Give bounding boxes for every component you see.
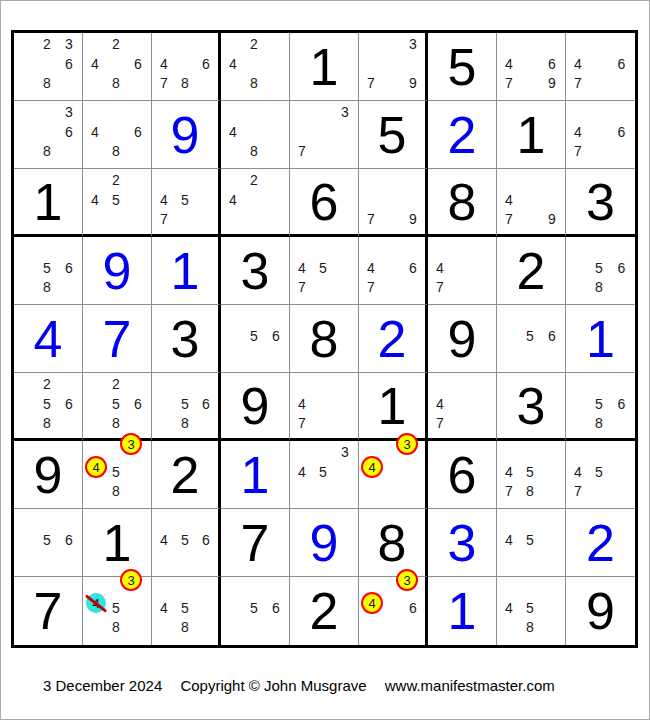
candidate-6: 6 [127, 122, 149, 141]
pencil-marks: 456 [154, 510, 216, 574]
candidate-6: 6 [610, 54, 633, 73]
pencil-marks: 248 [223, 34, 287, 98]
candidate-5: 5 [519, 598, 541, 617]
yellow-circled-candidate-3: 3 [120, 569, 142, 591]
candidate-8: 8 [519, 617, 541, 637]
cell-r8c9[interactable]: 2 [566, 509, 635, 577]
cell-r1c4[interactable]: 248 [221, 33, 290, 101]
candidate-6: 6 [58, 122, 80, 141]
candidate-4: 4 [85, 122, 105, 141]
cell-r6c9[interactable]: 568 [566, 373, 635, 441]
yellow-circled-candidate-4: 4 [85, 456, 107, 478]
candidate-5: 5 [36, 258, 58, 277]
candidate-7: 7 [568, 73, 588, 93]
yellow-circled-candidate-3: 3 [120, 433, 142, 455]
candidate-4: 4 [499, 462, 519, 481]
cell-r6c2[interactable]: 2568 [83, 373, 152, 441]
footer-website: www.manifestmaster.com [385, 677, 555, 694]
given-digit-black: 7 [14, 577, 82, 645]
candidate-2: 2 [36, 374, 58, 394]
cell-r6c4[interactable]: 9 [221, 373, 290, 441]
given-digit-black: 9 [566, 577, 635, 645]
candidate-4: 4 [499, 530, 519, 549]
candidate-6: 6 [403, 258, 423, 277]
candidate-5: 5 [105, 190, 127, 209]
cell-r5c6[interactable]: 2 [359, 305, 428, 373]
solved-digit-blue: 1 [221, 441, 289, 508]
cell-r5c8[interactable]: 56 [497, 305, 566, 373]
candidate-5: 5 [243, 326, 265, 345]
pencil-marks: 56 [223, 578, 287, 643]
given-digit-black: 7 [221, 509, 289, 576]
candidate-8: 8 [519, 481, 541, 501]
cell-r7c4[interactable]: 1 [221, 441, 290, 509]
candidate-9: 9 [541, 209, 563, 229]
candidate-7: 7 [292, 141, 312, 161]
pencil-marks: 457 [292, 238, 356, 302]
cell-r1c9[interactable]: 467 [566, 33, 635, 101]
candidate-7: 7 [499, 209, 519, 229]
pencil-marks: 24 [223, 170, 287, 232]
pencil-marks: 568 [16, 238, 80, 302]
candidate-3: 3 [58, 34, 80, 54]
solved-digit-blue: 1 [428, 577, 496, 645]
candidate-8: 8 [588, 413, 610, 433]
candidate-4: 4 [154, 190, 174, 209]
cell-r2c2[interactable]: 468 [83, 101, 152, 169]
candidate-5: 5 [312, 462, 334, 481]
pencil-marks: 37 [292, 102, 356, 166]
given-digit-black: 1 [14, 169, 82, 234]
cell-r3c2[interactable]: 245 [83, 169, 152, 237]
cell-r4c3[interactable]: 1 [152, 237, 221, 305]
cell-r7c6[interactable]: 34 [359, 441, 428, 509]
given-digit-black: 1 [83, 509, 151, 576]
candidate-7: 7 [568, 481, 588, 501]
candidate-7: 7 [430, 413, 450, 433]
candidate-6: 6 [196, 530, 216, 549]
given-digit-black: 5 [428, 33, 496, 100]
cell-r4c6[interactable]: 467 [359, 237, 428, 305]
candidate-7: 7 [430, 277, 450, 297]
cell-r2c8[interactable]: 1 [497, 101, 566, 169]
cell-r6c5[interactable]: 47 [290, 373, 359, 441]
candidate-6: 6 [610, 258, 633, 277]
cell-r9c3[interactable]: 458 [152, 577, 221, 645]
candidate-7: 7 [292, 413, 312, 433]
candidate-6: 6 [265, 598, 287, 617]
given-digit-black: 8 [359, 509, 425, 576]
cell-r5c7[interactable]: 9 [428, 305, 497, 373]
candidate-4: 4 [568, 54, 588, 73]
candidate-6: 6 [541, 326, 563, 345]
candidate-5: 5 [105, 598, 127, 617]
footer: 3 December 2024 Copyright © John Musgrav… [43, 677, 569, 694]
pencil-marks: 4679 [499, 34, 563, 98]
given-digit-black: 6 [290, 169, 358, 234]
pencil-marks: 457 [568, 442, 633, 506]
pencil-marks: 56 [223, 306, 287, 370]
given-digit-black: 2 [290, 577, 358, 645]
given-digit-black: 9 [14, 441, 82, 508]
pencil-marks: 47 [292, 374, 356, 436]
cell-r9c7[interactable]: 1 [428, 577, 497, 645]
solved-digit-blue: 7 [83, 305, 151, 372]
cell-r3c3[interactable]: 457 [152, 169, 221, 237]
cell-r1c7[interactable]: 5 [428, 33, 497, 101]
given-digit-black: 9 [221, 373, 289, 438]
candidate-8: 8 [174, 413, 196, 433]
cell-r5c3[interactable]: 3 [152, 305, 221, 373]
cell-r3c7[interactable]: 8 [428, 169, 497, 237]
pencil-marks: 2368 [16, 34, 80, 98]
candidate-6: 6 [58, 394, 80, 413]
pencil-marks: 56 [499, 306, 563, 370]
pencil-marks: 47 [430, 374, 494, 436]
footer-copyright: Copyright © John Musgrave [180, 677, 366, 694]
solved-digit-blue: 9 [290, 509, 358, 576]
given-digit-black: 3 [152, 305, 218, 372]
candidate-8: 8 [36, 413, 58, 433]
candidate-3: 3 [334, 442, 356, 462]
pencil-marks: 457 [154, 170, 216, 232]
cell-r4c5[interactable]: 457 [290, 237, 359, 305]
given-digit-black: 9 [428, 305, 496, 372]
candidate-8: 8 [105, 481, 127, 501]
candidate-7: 7 [499, 73, 519, 93]
cell-r2c3[interactable]: 9 [152, 101, 221, 169]
given-digit-black: 1 [290, 33, 358, 100]
given-digit-black: 2 [152, 441, 218, 508]
pencil-marks: 368 [16, 102, 80, 166]
cell-r2c6[interactable]: 5 [359, 101, 428, 169]
candidate-8: 8 [105, 73, 127, 93]
candidate-8: 8 [105, 617, 127, 637]
pencil-marks: 2568 [16, 374, 80, 436]
cell-r2c1[interactable]: 368 [14, 101, 83, 169]
cell-r8c4[interactable]: 7 [221, 509, 290, 577]
pencil-marks: 245 [85, 170, 149, 232]
candidate-8: 8 [174, 73, 196, 93]
cell-r2c5[interactable]: 37 [290, 101, 359, 169]
candidate-4: 4 [499, 190, 519, 209]
given-digit-black: 8 [290, 305, 358, 372]
yellow-circled-candidate-3: 3 [396, 433, 418, 455]
candidate-5: 5 [588, 462, 610, 481]
pencil-marks: 79 [361, 170, 423, 232]
given-digit-black: 3 [497, 373, 565, 438]
candidate-5: 5 [243, 598, 265, 617]
pencil-marks: 467 [568, 34, 633, 98]
candidate-7: 7 [361, 209, 381, 229]
solved-digit-blue: 3 [428, 509, 496, 576]
yellow-circled-candidate-4: 4 [361, 456, 383, 478]
candidate-4: 4 [154, 530, 174, 549]
pencil-marks: 4678 [154, 34, 216, 98]
given-digit-black: 8 [428, 169, 496, 234]
cell-r2c4[interactable]: 48 [221, 101, 290, 169]
candidate-4: 4 [430, 394, 450, 413]
candidate-4: 4 [223, 54, 243, 73]
cell-r4c8[interactable]: 2 [497, 237, 566, 305]
cyan-eliminated-candidate-4: 4 [86, 593, 106, 613]
candidate-6: 6 [58, 258, 80, 277]
candidate-8: 8 [105, 141, 127, 161]
pencil-marks: 458 [499, 578, 563, 643]
cell-r3c1[interactable]: 1 [14, 169, 83, 237]
candidate-2: 2 [243, 170, 265, 190]
solved-digit-blue: 9 [152, 101, 218, 168]
solved-digit-blue: 2 [428, 101, 496, 168]
candidate-4: 4 [85, 190, 105, 209]
pencil-marks: 458 [154, 578, 216, 643]
candidate-6: 6 [196, 394, 216, 413]
cell-r7c8[interactable]: 4578 [497, 441, 566, 509]
candidate-3: 3 [58, 102, 80, 122]
candidate-4: 4 [292, 394, 312, 413]
cell-r4c2[interactable]: 9 [83, 237, 152, 305]
cell-r3c8[interactable]: 479 [497, 169, 566, 237]
cell-r7c2[interactable]: 3458 [83, 441, 152, 509]
candidate-8: 8 [174, 617, 196, 637]
cell-r4c7[interactable]: 47 [428, 237, 497, 305]
cell-r3c4[interactable]: 24 [221, 169, 290, 237]
candidate-7: 7 [568, 141, 588, 161]
candidate-2: 2 [36, 34, 58, 54]
candidate-5: 5 [519, 462, 541, 481]
candidate-4: 4 [568, 122, 588, 141]
cell-r5c5[interactable]: 8 [290, 305, 359, 373]
candidate-6: 6 [196, 54, 216, 73]
pencil-marks: 568 [568, 238, 633, 302]
candidate-7: 7 [361, 277, 381, 297]
cell-r5c4[interactable]: 56 [221, 305, 290, 373]
candidate-8: 8 [105, 413, 127, 433]
candidate-5: 5 [174, 394, 196, 413]
yellow-circled-candidate-3: 3 [396, 569, 418, 591]
candidate-4: 4 [154, 598, 174, 617]
candidate-6: 6 [403, 598, 423, 617]
cell-r3c9[interactable]: 3 [566, 169, 635, 237]
candidate-5: 5 [588, 394, 610, 413]
solved-digit-blue: 1 [566, 305, 635, 372]
pencil-marks: 568 [568, 374, 633, 436]
cell-r8c7[interactable]: 3 [428, 509, 497, 577]
candidate-8: 8 [243, 141, 265, 161]
pencil-marks: 2468 [85, 34, 149, 98]
cell-r4c9[interactable]: 568 [566, 237, 635, 305]
cell-r1c3[interactable]: 4678 [152, 33, 221, 101]
candidate-4: 4 [223, 122, 243, 141]
cell-r1c1[interactable]: 2368 [14, 33, 83, 101]
candidate-6: 6 [58, 530, 80, 549]
cell-r6c8[interactable]: 3 [497, 373, 566, 441]
candidate-6: 6 [541, 54, 563, 73]
candidate-4: 4 [223, 190, 243, 209]
candidate-5: 5 [174, 190, 196, 209]
candidate-4: 4 [292, 258, 312, 277]
cell-r6c7[interactable]: 47 [428, 373, 497, 441]
pencil-marks: 4578 [499, 442, 563, 506]
page: 2368246846782481379546794673684689483752… [0, 0, 650, 720]
pencil-marks: 479 [499, 170, 563, 232]
candidate-6: 6 [265, 326, 287, 345]
given-digit-black: 3 [566, 169, 635, 234]
cell-r8c2[interactable]: 1 [83, 509, 152, 577]
candidate-7: 7 [154, 73, 174, 93]
cell-r6c6[interactable]: 1 [359, 373, 428, 441]
cell-r8c6[interactable]: 8 [359, 509, 428, 577]
cell-r6c1[interactable]: 2568 [14, 373, 83, 441]
cell-r9c6[interactable]: 346 [359, 577, 428, 645]
candidate-6: 6 [127, 394, 149, 413]
candidate-2: 2 [105, 34, 127, 54]
candidate-4: 4 [499, 598, 519, 617]
candidate-5: 5 [36, 530, 58, 549]
candidate-4: 4 [430, 258, 450, 277]
cell-r7c9[interactable]: 457 [566, 441, 635, 509]
cell-r8c3[interactable]: 456 [152, 509, 221, 577]
candidate-6: 6 [610, 394, 633, 413]
cell-r7c7[interactable]: 6 [428, 441, 497, 509]
cell-r9c2[interactable]: 3458 [83, 577, 152, 645]
candidate-6: 6 [127, 54, 149, 73]
candidate-3: 3 [334, 102, 356, 122]
candidate-4: 4 [361, 258, 381, 277]
solved-digit-blue: 2 [566, 509, 635, 576]
pencil-marks: 467 [568, 102, 633, 166]
cell-r2c7[interactable]: 2 [428, 101, 497, 169]
candidate-7: 7 [361, 73, 381, 93]
cell-r9c4[interactable]: 56 [221, 577, 290, 645]
cell-r9c5[interactable]: 2 [290, 577, 359, 645]
candidate-7: 7 [154, 209, 174, 229]
solved-digit-blue: 9 [83, 237, 151, 304]
cell-r3c5[interactable]: 6 [290, 169, 359, 237]
candidate-8: 8 [36, 141, 58, 161]
candidate-8: 8 [588, 277, 610, 297]
pencil-marks: 47 [430, 238, 494, 302]
pencil-marks: 379 [361, 34, 423, 98]
cell-r7c1[interactable]: 9 [14, 441, 83, 509]
given-digit-black: 5 [359, 101, 425, 168]
candidate-4: 4 [85, 54, 105, 73]
pencil-marks: 2568 [85, 374, 149, 436]
cell-r9c8[interactable]: 458 [497, 577, 566, 645]
pencil-marks: 56 [16, 510, 80, 574]
candidate-9: 9 [403, 73, 423, 93]
candidate-8: 8 [36, 73, 58, 93]
candidate-9: 9 [403, 209, 423, 229]
candidate-7: 7 [499, 481, 519, 501]
cell-r5c1[interactable]: 4 [14, 305, 83, 373]
candidate-2: 2 [243, 34, 265, 54]
candidate-4: 4 [568, 462, 588, 481]
candidate-4: 4 [499, 54, 519, 73]
solved-digit-blue: 1 [152, 237, 218, 304]
footer-date: 3 December 2024 [43, 677, 162, 694]
given-digit-black: 1 [497, 101, 565, 168]
cell-r6c3[interactable]: 568 [152, 373, 221, 441]
cell-r9c1[interactable]: 7 [14, 577, 83, 645]
solved-digit-blue: 4 [14, 305, 82, 372]
cell-r8c8[interactable]: 45 [497, 509, 566, 577]
candidate-2: 2 [105, 170, 127, 190]
pencil-marks: 48 [223, 102, 287, 166]
candidate-8: 8 [243, 73, 265, 93]
candidate-7: 7 [292, 277, 312, 297]
yellow-circled-candidate-4: 4 [361, 592, 383, 614]
given-digit-black: 3 [221, 237, 289, 304]
given-digit-black: 6 [428, 441, 496, 508]
pencil-marks: 568 [154, 374, 216, 436]
candidate-5: 5 [105, 462, 127, 481]
cell-r4c4[interactable]: 3 [221, 237, 290, 305]
pencil-marks: 468 [85, 102, 149, 166]
candidate-5: 5 [174, 530, 196, 549]
cell-r8c1[interactable]: 56 [14, 509, 83, 577]
cell-r5c9[interactable]: 1 [566, 305, 635, 373]
candidate-5: 5 [36, 394, 58, 413]
candidate-5: 5 [519, 530, 541, 549]
candidate-2: 2 [105, 374, 127, 394]
cell-r2c9[interactable]: 467 [566, 101, 635, 169]
pencil-marks: 467 [361, 238, 423, 302]
candidate-6: 6 [58, 54, 80, 73]
cell-r1c6[interactable]: 379 [359, 33, 428, 101]
cell-r4c1[interactable]: 568 [14, 237, 83, 305]
candidate-3: 3 [403, 34, 423, 54]
cell-r8c5[interactable]: 9 [290, 509, 359, 577]
given-digit-black: 1 [359, 373, 425, 438]
cell-r1c2[interactable]: 2468 [83, 33, 152, 101]
candidate-5: 5 [105, 394, 127, 413]
candidate-4: 4 [292, 462, 312, 481]
cell-r7c3[interactable]: 2 [152, 441, 221, 509]
candidate-5: 5 [588, 258, 610, 277]
cell-r3c6[interactable]: 79 [359, 169, 428, 237]
cell-r7c5[interactable]: 345 [290, 441, 359, 509]
sudoku-board: 2368246846782481379546794673684689483752… [11, 30, 638, 648]
candidate-5: 5 [312, 258, 334, 277]
cell-r9c9[interactable]: 9 [566, 577, 635, 645]
solved-digit-blue: 2 [359, 305, 425, 372]
candidate-8: 8 [36, 277, 58, 297]
candidate-6: 6 [610, 122, 633, 141]
cell-r5c2[interactable]: 7 [83, 305, 152, 373]
cell-r1c5[interactable]: 1 [290, 33, 359, 101]
candidate-9: 9 [541, 73, 563, 93]
candidate-5: 5 [174, 598, 196, 617]
candidate-4: 4 [154, 54, 174, 73]
candidate-5: 5 [519, 326, 541, 345]
pencil-marks: 345 [292, 442, 356, 506]
pencil-marks: 45 [499, 510, 563, 574]
cell-r1c8[interactable]: 4679 [497, 33, 566, 101]
given-digit-black: 2 [497, 237, 565, 304]
